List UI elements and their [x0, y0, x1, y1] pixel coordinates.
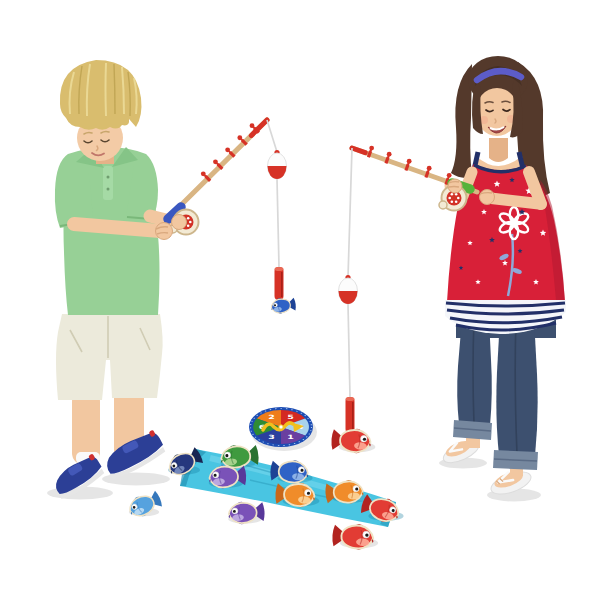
reel-dot	[189, 221, 192, 224]
fishing-string	[348, 148, 352, 277]
number-spinner: 254136	[249, 407, 317, 451]
red-fish	[332, 522, 374, 550]
blue-fish	[270, 296, 296, 315]
polo-button	[107, 176, 110, 179]
reel-dot	[448, 197, 451, 200]
reel-dot	[187, 224, 190, 227]
fishing-string	[277, 179, 279, 267]
rod-guide-ring	[369, 146, 374, 151]
boy-left-hand	[156, 223, 173, 240]
rod-tip	[352, 148, 365, 153]
jeans-left-leg	[457, 318, 492, 426]
magnet-wand-cap	[346, 397, 355, 401]
rods-layer	[168, 120, 477, 235]
rod-guide-ring	[213, 159, 218, 164]
rod-guide-ring	[407, 159, 412, 164]
polo-button	[107, 188, 110, 191]
boy-shorts	[56, 314, 163, 400]
girl-figure	[440, 56, 566, 499]
polo-placket	[103, 166, 113, 200]
reel-dot	[455, 200, 458, 203]
fishing-string	[348, 304, 350, 397]
rod-guide-ring	[225, 147, 230, 152]
girl-neck	[489, 138, 508, 162]
boy-right-hand	[172, 215, 187, 230]
scene-canvas: 254136	[0, 0, 600, 600]
rod-guide-ring	[447, 173, 452, 178]
girl-fishing-line	[339, 148, 358, 433]
reel-dot	[457, 197, 460, 200]
scene-photo: 254136	[0, 0, 600, 600]
boy-hair-bowl-cut	[60, 60, 142, 130]
magnet-wand-cap	[275, 267, 284, 271]
reel-dot	[451, 200, 454, 203]
spinner-number: 5	[287, 414, 294, 421]
rod-guide-ring	[237, 135, 242, 140]
spinner-number: 1	[287, 434, 294, 441]
spinner: 254136	[249, 407, 317, 451]
boy-fishing-line	[267, 120, 287, 300]
girl-left-hand	[480, 190, 495, 205]
fishing-string	[267, 120, 277, 152]
boy-left-forearm	[74, 224, 160, 231]
lines-layer	[267, 120, 358, 433]
girl-left-forearm	[489, 198, 541, 204]
bobber-bottom	[268, 166, 287, 179]
reel-crank-knob	[439, 201, 447, 209]
purple-fish	[228, 500, 265, 525]
rod-guide-ring	[387, 152, 392, 157]
rod-guide-ring	[427, 166, 432, 171]
bobber-bottom	[339, 291, 358, 304]
boy-figure	[49, 60, 178, 501]
spinner-pin	[279, 425, 283, 429]
rod-guide-ring	[250, 123, 255, 128]
spinner-number: 2	[268, 414, 275, 421]
reel-dot	[187, 217, 190, 220]
rod-guide-ring	[201, 171, 206, 176]
red-fish	[331, 427, 372, 454]
reel-dot	[451, 193, 454, 196]
spinner-number: 3	[268, 434, 275, 441]
